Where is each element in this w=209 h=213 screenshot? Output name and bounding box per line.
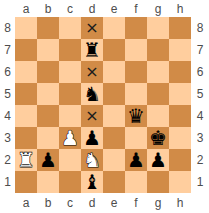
- file-label-bottom-b: b: [37, 193, 59, 213]
- square-a3[interactable]: [15, 127, 37, 149]
- square-f1[interactable]: [125, 171, 147, 193]
- square-b2[interactable]: ♟: [37, 149, 59, 171]
- piece-black-pawn[interactable]: ♟: [147, 149, 169, 171]
- piece-white-pawn[interactable]: ♟: [59, 127, 81, 149]
- x-mark-d8: ×: [85, 17, 98, 39]
- file-label-bottom-d: d: [81, 193, 103, 213]
- square-b1[interactable]: [37, 171, 59, 193]
- square-g8[interactable]: [147, 17, 169, 39]
- square-c7[interactable]: [59, 39, 81, 61]
- file-label-top-b: b: [37, 0, 59, 17]
- rank-label-right-2: 2: [191, 149, 209, 171]
- square-c3[interactable]: ♟: [59, 127, 81, 149]
- piece-black-pawn[interactable]: ♟: [37, 149, 59, 171]
- square-c2[interactable]: [59, 149, 81, 171]
- square-b8[interactable]: [37, 17, 59, 39]
- corner-top-right: [191, 0, 209, 17]
- square-h7[interactable]: [169, 39, 191, 61]
- file-label-top-a: a: [15, 0, 37, 17]
- square-h6[interactable]: [169, 61, 191, 83]
- rank-label-left-4: 4: [0, 105, 15, 127]
- square-h8[interactable]: [169, 17, 191, 39]
- square-f5[interactable]: [125, 83, 147, 105]
- file-label-top-g: g: [147, 0, 169, 17]
- square-g2[interactable]: ♟: [147, 149, 169, 171]
- rank-label-right-4: 4: [191, 105, 209, 127]
- piece-black-king[interactable]: ♚: [147, 127, 169, 149]
- chess-diagram: abcdefgh8×87♜76×65♞54×♛43♟♟♚32♜♟♞♟♟21♝1a…: [0, 0, 209, 213]
- file-label-top-e: e: [103, 0, 125, 17]
- piece-black-bishop[interactable]: ♝: [81, 171, 103, 193]
- file-label-bottom-a: a: [15, 193, 37, 213]
- square-d2[interactable]: ♞: [81, 149, 103, 171]
- square-e2[interactable]: [103, 149, 125, 171]
- square-b5[interactable]: [37, 83, 59, 105]
- square-f7[interactable]: [125, 39, 147, 61]
- piece-black-rook[interactable]: ♜: [81, 39, 103, 61]
- square-d7[interactable]: ♜: [81, 39, 103, 61]
- square-e5[interactable]: [103, 83, 125, 105]
- square-a1[interactable]: [15, 171, 37, 193]
- rank-label-right-1: 1: [191, 171, 209, 193]
- file-label-bottom-e: e: [103, 193, 125, 213]
- square-b6[interactable]: [37, 61, 59, 83]
- file-label-bottom-g: g: [147, 193, 169, 213]
- square-c8[interactable]: [59, 17, 81, 39]
- corner-bottom-right: [191, 193, 209, 213]
- square-c5[interactable]: [59, 83, 81, 105]
- rank-label-left-6: 6: [0, 61, 15, 83]
- rank-label-left-3: 3: [0, 127, 15, 149]
- square-a7[interactable]: [15, 39, 37, 61]
- square-h4[interactable]: [169, 105, 191, 127]
- square-e3[interactable]: [103, 127, 125, 149]
- square-d8[interactable]: ×: [81, 17, 103, 39]
- square-a4[interactable]: [15, 105, 37, 127]
- square-e1[interactable]: [103, 171, 125, 193]
- piece-black-pawn[interactable]: ♟: [125, 149, 147, 171]
- square-a6[interactable]: [15, 61, 37, 83]
- square-e4[interactable]: [103, 105, 125, 127]
- rank-label-right-7: 7: [191, 39, 209, 61]
- rank-label-right-3: 3: [191, 127, 209, 149]
- square-d1[interactable]: ♝: [81, 171, 103, 193]
- square-h2[interactable]: [169, 149, 191, 171]
- chess-board: abcdefgh8×87♜76×65♞54×♛43♟♟♚32♜♟♞♟♟21♝1a…: [0, 0, 209, 213]
- piece-white-rook[interactable]: ♜: [15, 149, 37, 171]
- file-label-bottom-f: f: [125, 193, 147, 213]
- rank-label-left-1: 1: [0, 171, 15, 193]
- square-g7[interactable]: [147, 39, 169, 61]
- file-label-bottom-c: c: [59, 193, 81, 213]
- piece-white-knight[interactable]: ♞: [81, 149, 103, 171]
- square-c1[interactable]: [59, 171, 81, 193]
- rank-label-left-5: 5: [0, 83, 15, 105]
- x-mark-d6: ×: [85, 61, 98, 83]
- square-d4[interactable]: ×: [81, 105, 103, 127]
- corner-top-left: [0, 0, 15, 17]
- piece-black-pawn[interactable]: ♟: [81, 127, 103, 149]
- rank-label-right-5: 5: [191, 83, 209, 105]
- file-label-top-h: h: [169, 0, 191, 17]
- square-d5[interactable]: ♞: [81, 83, 103, 105]
- square-e8[interactable]: [103, 17, 125, 39]
- x-mark-d4: ×: [85, 105, 98, 127]
- square-a8[interactable]: [15, 17, 37, 39]
- square-b3[interactable]: [37, 127, 59, 149]
- square-a2[interactable]: ♜: [15, 149, 37, 171]
- file-label-bottom-h: h: [169, 193, 191, 213]
- square-f8[interactable]: [125, 17, 147, 39]
- square-d6[interactable]: ×: [81, 61, 103, 83]
- piece-black-knight[interactable]: ♞: [81, 83, 103, 105]
- square-h1[interactable]: [169, 171, 191, 193]
- square-h3[interactable]: [169, 127, 191, 149]
- rank-label-left-8: 8: [0, 17, 15, 39]
- square-g6[interactable]: [147, 61, 169, 83]
- square-g4[interactable]: [147, 105, 169, 127]
- square-c4[interactable]: [59, 105, 81, 127]
- square-h5[interactable]: [169, 83, 191, 105]
- file-label-top-c: c: [59, 0, 81, 17]
- square-f4[interactable]: ♛: [125, 105, 147, 127]
- square-c6[interactable]: [59, 61, 81, 83]
- rank-label-right-8: 8: [191, 17, 209, 39]
- file-label-top-d: d: [81, 0, 103, 17]
- piece-black-queen[interactable]: ♛: [125, 105, 147, 127]
- rank-label-left-7: 7: [0, 39, 15, 61]
- file-label-top-f: f: [125, 0, 147, 17]
- square-e6[interactable]: [103, 61, 125, 83]
- corner-bottom-left: [0, 193, 15, 213]
- square-f2[interactable]: ♟: [125, 149, 147, 171]
- square-a5[interactable]: [15, 83, 37, 105]
- square-e7[interactable]: [103, 39, 125, 61]
- square-g5[interactable]: [147, 83, 169, 105]
- rank-label-right-6: 6: [191, 61, 209, 83]
- square-b7[interactable]: [37, 39, 59, 61]
- square-g3[interactable]: ♚: [147, 127, 169, 149]
- square-d3[interactable]: ♟: [81, 127, 103, 149]
- square-f6[interactable]: [125, 61, 147, 83]
- rank-label-left-2: 2: [0, 149, 15, 171]
- square-f3[interactable]: [125, 127, 147, 149]
- square-b4[interactable]: [37, 105, 59, 127]
- square-g1[interactable]: [147, 171, 169, 193]
